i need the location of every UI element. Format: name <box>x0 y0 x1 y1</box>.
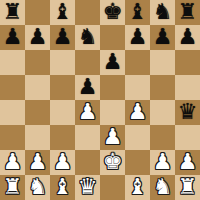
white-bishop-piece[interactable]: ♝ <box>128 175 148 199</box>
square-b8[interactable] <box>25 0 50 25</box>
square-g4[interactable] <box>150 100 175 125</box>
square-g7[interactable]: ♟ <box>150 25 175 50</box>
white-bishop-piece[interactable]: ♝ <box>53 175 73 199</box>
square-h1[interactable]: ♜ <box>175 175 200 200</box>
black-pawn-piece[interactable]: ♟ <box>53 25 73 49</box>
square-b3[interactable] <box>25 125 50 150</box>
square-c7[interactable]: ♟ <box>50 25 75 50</box>
black-rook-piece[interactable]: ♜ <box>178 0 198 24</box>
square-g1[interactable]: ♞ <box>150 175 175 200</box>
square-f6[interactable] <box>125 50 150 75</box>
square-d1[interactable]: ♛ <box>75 175 100 200</box>
square-e4[interactable] <box>100 100 125 125</box>
black-pawn-piece[interactable]: ♟ <box>178 25 198 49</box>
square-h3[interactable] <box>175 125 200 150</box>
square-f5[interactable] <box>125 75 150 100</box>
square-d2[interactable] <box>75 150 100 175</box>
black-bishop-piece[interactable]: ♝ <box>53 0 73 24</box>
white-knight-piece[interactable]: ♞ <box>153 175 173 199</box>
black-rook-piece[interactable]: ♜ <box>3 0 23 24</box>
square-e1[interactable] <box>100 175 125 200</box>
square-c5[interactable] <box>50 75 75 100</box>
white-pawn-piece[interactable]: ♟ <box>53 150 73 174</box>
square-g5[interactable] <box>150 75 175 100</box>
square-e7[interactable] <box>100 25 125 50</box>
square-d7[interactable]: ♞ <box>75 25 100 50</box>
square-h4[interactable]: ♛ <box>175 100 200 125</box>
square-d8[interactable] <box>75 0 100 25</box>
square-b1[interactable]: ♞ <box>25 175 50 200</box>
square-e3[interactable]: ♟ <box>100 125 125 150</box>
square-f3[interactable] <box>125 125 150 150</box>
square-d4[interactable]: ♟ <box>75 100 100 125</box>
square-g6[interactable] <box>150 50 175 75</box>
white-pawn-piece[interactable]: ♟ <box>3 150 23 174</box>
white-rook-piece[interactable]: ♜ <box>178 175 198 199</box>
white-rook-piece[interactable]: ♜ <box>3 175 23 199</box>
square-d3[interactable] <box>75 125 100 150</box>
black-pawn-piece[interactable]: ♟ <box>128 25 148 49</box>
square-f1[interactable]: ♝ <box>125 175 150 200</box>
white-pawn-piece[interactable]: ♟ <box>28 150 48 174</box>
white-knight-piece[interactable]: ♞ <box>28 175 48 199</box>
square-b6[interactable] <box>25 50 50 75</box>
square-g3[interactable] <box>150 125 175 150</box>
white-pawn-piece[interactable]: ♟ <box>128 100 148 124</box>
black-knight-piece[interactable]: ♞ <box>78 25 98 49</box>
square-c3[interactable] <box>50 125 75 150</box>
white-pawn-piece[interactable]: ♟ <box>153 150 173 174</box>
square-c4[interactable] <box>50 100 75 125</box>
square-h6[interactable] <box>175 50 200 75</box>
chess-board: ♜♝♚♝♞♜♟♟♟♞♟♟♟♟♟♟♟♛♟♟♟♟♚♟♟♜♞♝♛♝♞♜ <box>0 0 200 200</box>
black-pawn-piece[interactable]: ♟ <box>153 25 173 49</box>
black-knight-piece[interactable]: ♞ <box>153 0 173 24</box>
square-b2[interactable]: ♟ <box>25 150 50 175</box>
square-f4[interactable]: ♟ <box>125 100 150 125</box>
square-h7[interactable]: ♟ <box>175 25 200 50</box>
square-b7[interactable]: ♟ <box>25 25 50 50</box>
square-a7[interactable]: ♟ <box>0 25 25 50</box>
black-pawn-piece[interactable]: ♟ <box>103 50 123 74</box>
white-king-piece[interactable]: ♚ <box>103 150 123 174</box>
square-e8[interactable]: ♚ <box>100 0 125 25</box>
white-queen-piece[interactable]: ♛ <box>78 175 98 199</box>
square-c6[interactable] <box>50 50 75 75</box>
black-pawn-piece[interactable]: ♟ <box>28 25 48 49</box>
square-a4[interactable] <box>0 100 25 125</box>
square-b5[interactable] <box>25 75 50 100</box>
square-a3[interactable] <box>0 125 25 150</box>
white-pawn-piece[interactable]: ♟ <box>178 150 198 174</box>
black-king-piece[interactable]: ♚ <box>103 0 123 24</box>
square-a2[interactable]: ♟ <box>0 150 25 175</box>
square-g8[interactable]: ♞ <box>150 0 175 25</box>
square-h2[interactable]: ♟ <box>175 150 200 175</box>
square-a1[interactable]: ♜ <box>0 175 25 200</box>
square-b4[interactable] <box>25 100 50 125</box>
black-queen-piece[interactable]: ♛ <box>178 100 198 124</box>
black-pawn-piece[interactable]: ♟ <box>3 25 23 49</box>
square-d5[interactable]: ♟ <box>75 75 100 100</box>
square-f2[interactable] <box>125 150 150 175</box>
square-c8[interactable]: ♝ <box>50 0 75 25</box>
square-h5[interactable] <box>175 75 200 100</box>
white-pawn-piece[interactable]: ♟ <box>103 125 123 149</box>
square-f8[interactable]: ♝ <box>125 0 150 25</box>
square-f7[interactable]: ♟ <box>125 25 150 50</box>
square-e2[interactable]: ♚ <box>100 150 125 175</box>
square-c1[interactable]: ♝ <box>50 175 75 200</box>
square-e6[interactable]: ♟ <box>100 50 125 75</box>
square-a8[interactable]: ♜ <box>0 0 25 25</box>
black-pawn-piece[interactable]: ♟ <box>78 75 98 99</box>
square-h8[interactable]: ♜ <box>175 0 200 25</box>
square-g2[interactable]: ♟ <box>150 150 175 175</box>
white-pawn-piece[interactable]: ♟ <box>78 100 98 124</box>
square-c2[interactable]: ♟ <box>50 150 75 175</box>
square-a5[interactable] <box>0 75 25 100</box>
square-a6[interactable] <box>0 50 25 75</box>
square-d6[interactable] <box>75 50 100 75</box>
black-bishop-piece[interactable]: ♝ <box>128 0 148 24</box>
square-e5[interactable] <box>100 75 125 100</box>
